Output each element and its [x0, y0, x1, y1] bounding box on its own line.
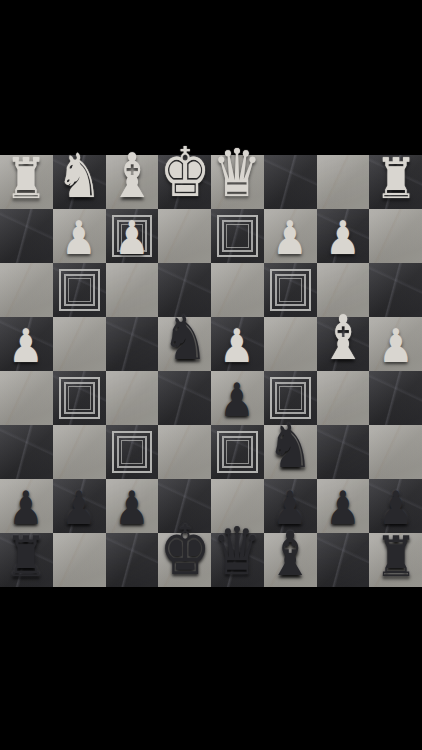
square-f4[interactable]: [106, 317, 159, 371]
square-c1[interactable]: [264, 155, 317, 209]
piece-white-pawn-a4[interactable]: ♟: [378, 323, 413, 369]
square-e4[interactable]: ♞: [158, 317, 211, 371]
square-g5[interactable]: [53, 371, 106, 425]
square-h4[interactable]: ♟: [0, 317, 53, 371]
square-h1[interactable]: ♜: [0, 155, 53, 209]
square-a4[interactable]: ♟: [369, 317, 422, 371]
square-d3[interactable]: [211, 263, 264, 317]
square-e8[interactable]: ♚: [158, 533, 211, 587]
move-highlight-d6: [217, 431, 258, 473]
square-d1[interactable]: ♛: [211, 155, 264, 209]
square-f5[interactable]: [106, 371, 159, 425]
piece-black-pawn-g7[interactable]: ♟: [62, 485, 97, 531]
square-d5[interactable]: ♟: [211, 371, 264, 425]
square-d6[interactable]: [211, 425, 264, 479]
square-g1[interactable]: ♞: [53, 155, 106, 209]
piece-white-king-e1[interactable]: ♚: [159, 139, 210, 207]
square-e5[interactable]: [158, 371, 211, 425]
piece-white-rook-a1[interactable]: ♜: [375, 151, 417, 207]
move-highlight-inner-ring: [275, 274, 306, 306]
piece-white-bishop-f1[interactable]: ♝: [109, 146, 155, 207]
square-a2[interactable]: [369, 209, 422, 263]
square-c8[interactable]: ♝: [264, 533, 317, 587]
square-g3[interactable]: [53, 263, 106, 317]
move-highlight-inner-ring: [117, 436, 148, 468]
square-c6[interactable]: ♞: [264, 425, 317, 479]
square-e6[interactable]: [158, 425, 211, 479]
move-highlight-d2: [217, 215, 258, 257]
piece-white-knight-g1[interactable]: ♞: [56, 146, 102, 207]
square-f3[interactable]: [106, 263, 159, 317]
piece-white-bishop-b4[interactable]: ♝: [320, 308, 366, 369]
square-b1[interactable]: [317, 155, 370, 209]
piece-white-pawn-g2[interactable]: ♟: [62, 215, 97, 261]
move-highlight-inner-ring: [222, 436, 253, 468]
square-a8[interactable]: ♜: [369, 533, 422, 587]
square-h2[interactable]: [0, 209, 53, 263]
move-highlight-g5: [59, 377, 100, 419]
move-highlight-innermost-ring: [68, 386, 91, 410]
square-f8[interactable]: [106, 533, 159, 587]
square-g7[interactable]: ♟: [53, 479, 106, 533]
square-c3[interactable]: [264, 263, 317, 317]
piece-white-pawn-b2[interactable]: ♟: [325, 215, 360, 261]
move-highlight-inner-ring: [64, 274, 95, 306]
piece-white-rook-h1[interactable]: ♜: [5, 151, 47, 207]
square-b4[interactable]: ♝: [317, 317, 370, 371]
square-b8[interactable]: [317, 533, 370, 587]
square-g8[interactable]: [53, 533, 106, 587]
square-e1[interactable]: ♚: [158, 155, 211, 209]
square-e2[interactable]: [158, 209, 211, 263]
piece-white-queen-d1[interactable]: ♛: [213, 141, 262, 207]
chess-app-screen: ♜♞♝♚♛♜♟♟♟♟♟♞♟♝♟♟♞♟♟♟♟♟♟♜♚♛♝♜: [0, 0, 422, 750]
move-highlight-innermost-ring: [279, 386, 302, 410]
square-f1[interactable]: ♝: [106, 155, 159, 209]
piece-black-king-e8[interactable]: ♚: [159, 517, 210, 585]
move-highlight-innermost-ring: [68, 278, 91, 302]
square-b6[interactable]: [317, 425, 370, 479]
piece-black-knight-c6[interactable]: ♞: [267, 416, 313, 477]
square-b7[interactable]: ♟: [317, 479, 370, 533]
square-h3[interactable]: [0, 263, 53, 317]
square-a6[interactable]: [369, 425, 422, 479]
square-a3[interactable]: [369, 263, 422, 317]
piece-black-pawn-b7[interactable]: ♟: [325, 485, 360, 531]
piece-black-pawn-d5[interactable]: ♟: [220, 377, 255, 423]
move-highlight-inner-ring: [64, 382, 95, 414]
piece-black-knight-e4[interactable]: ♞: [162, 308, 208, 369]
move-highlight-inner-ring: [222, 220, 253, 252]
piece-white-pawn-h4[interactable]: ♟: [9, 323, 44, 369]
piece-black-pawn-f7[interactable]: ♟: [114, 485, 149, 531]
move-highlight-inner-ring: [275, 382, 306, 414]
piece-black-rook-h8[interactable]: ♜: [5, 529, 47, 585]
piece-black-rook-a8[interactable]: ♜: [375, 529, 417, 585]
move-highlight-innermost-ring: [226, 440, 249, 464]
move-highlight-innermost-ring: [121, 440, 144, 464]
piece-white-pawn-d4[interactable]: ♟: [220, 323, 255, 369]
square-f2[interactable]: ♟: [106, 209, 159, 263]
move-highlight-c3: [270, 269, 311, 311]
square-h5[interactable]: [0, 371, 53, 425]
piece-black-bishop-c8[interactable]: ♝: [267, 524, 313, 585]
square-a5[interactable]: [369, 371, 422, 425]
move-highlight-innermost-ring: [279, 278, 302, 302]
square-d4[interactable]: ♟: [211, 317, 264, 371]
piece-black-queen-d8[interactable]: ♛: [213, 519, 262, 585]
chess-board: ♜♞♝♚♛♜♟♟♟♟♟♞♟♝♟♟♞♟♟♟♟♟♟♜♚♛♝♜: [0, 155, 422, 587]
square-c4[interactable]: [264, 317, 317, 371]
square-g6[interactable]: [53, 425, 106, 479]
square-h6[interactable]: [0, 425, 53, 479]
square-c2[interactable]: ♟: [264, 209, 317, 263]
piece-white-pawn-c2[interactable]: ♟: [273, 215, 308, 261]
square-d2[interactable]: [211, 209, 264, 263]
move-highlight-innermost-ring: [226, 224, 249, 248]
move-highlight-g3: [59, 269, 100, 311]
move-highlight-f6: [112, 431, 153, 473]
square-d8[interactable]: ♛: [211, 533, 264, 587]
square-g2[interactable]: ♟: [53, 209, 106, 263]
square-a1[interactable]: ♜: [369, 155, 422, 209]
piece-white-pawn-f2[interactable]: ♟: [114, 215, 149, 261]
square-b5[interactable]: [317, 371, 370, 425]
square-h8[interactable]: ♜: [0, 533, 53, 587]
square-g4[interactable]: [53, 317, 106, 371]
square-b2[interactable]: ♟: [317, 209, 370, 263]
square-f6[interactable]: [106, 425, 159, 479]
square-f7[interactable]: ♟: [106, 479, 159, 533]
